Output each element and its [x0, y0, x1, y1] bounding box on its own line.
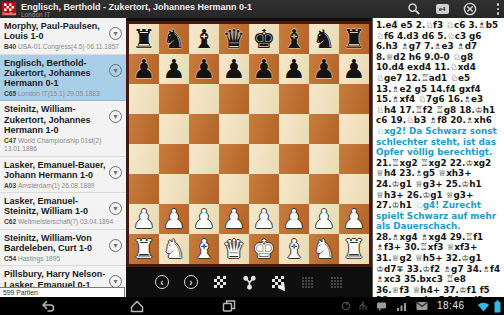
square-b5[interactable] [159, 114, 189, 144]
content-area: Morphy, Paul-Paulsen, Louis 1-0B40 USA-0… [0, 18, 504, 297]
square-a4[interactable] [129, 144, 159, 174]
game-list-item[interactable]: Steinitz, William-Zukertort, Johannes He… [0, 101, 126, 156]
square-e3[interactable] [249, 174, 279, 204]
game-players-result: Steinitz, William-Von Bardeleben, Curt 1… [4, 233, 123, 254]
square-e5[interactable] [249, 114, 279, 144]
white-piece: ♝ [279, 234, 309, 264]
square-d4[interactable] [219, 144, 249, 174]
chevron-right-icon [184, 275, 198, 289]
square-g6[interactable] [309, 84, 339, 114]
black-piece: ♝ [279, 24, 309, 54]
search-icon [407, 2, 421, 16]
black-piece: ♜ [339, 24, 369, 54]
square-c5[interactable] [189, 114, 219, 144]
square-g1[interactable]: ♞ [309, 234, 339, 264]
move-toolbar [126, 267, 372, 297]
dotted-board-icon [330, 276, 342, 288]
square-h2[interactable]: ♟ [339, 204, 369, 234]
square-c6[interactable] [189, 84, 219, 114]
square-f6[interactable] [279, 84, 309, 114]
overflow-menu-button[interactable] [490, 1, 504, 17]
square-a1[interactable]: ♜ [129, 234, 159, 264]
board-column: ♜♞♝♛♚♝♞♜♟♟♟♟♟♟♟♟♟♟♟♟♟♟♟♟♜♞♝♛♚♝♞♜ [126, 18, 372, 297]
home-button[interactable] [129, 298, 145, 314]
white-piece: ♟ [309, 204, 339, 234]
chess-board[interactable]: ♜♞♝♛♚♝♞♜♟♟♟♟♟♟♟♟♟♟♟♟♟♟♟♟♜♞♝♛♚♝♞♜ [129, 24, 369, 264]
game-list-item[interactable]: Lasker, Emanuel-Steinitz, William 1-0C62… [0, 193, 126, 230]
chevron-left-icon [155, 275, 169, 289]
usb-status-icon [358, 301, 368, 311]
square-f2[interactable]: ♟ [279, 204, 309, 234]
square-h6[interactable] [339, 84, 369, 114]
checkerboard-icon [214, 276, 226, 288]
game-info: C54 Hastings 1895 [4, 255, 123, 263]
signal-status-icon [396, 301, 408, 312]
square-d6[interactable] [219, 84, 249, 114]
white-piece: ♟ [339, 204, 369, 234]
expand-game-button[interactable] [109, 64, 122, 77]
black-piece: ♟ [309, 54, 339, 84]
notation-moves[interactable]: 1.e4 e5 2.♘f3 ♘c6 3.♗b5 ♘f6 4.d3 d6 5.♘c… [376, 20, 498, 125]
game-players-result: Steinitz, William-Zukertort, Johannes He… [4, 104, 123, 135]
expand-game-button[interactable] [109, 166, 122, 179]
enter-move-button[interactable] [270, 274, 286, 290]
game-list: Morphy, Paul-Paulsen, Louis 1-0B40 USA-0… [0, 18, 126, 297]
square-b4[interactable] [159, 144, 189, 174]
square-b6[interactable] [159, 84, 189, 114]
back-button[interactable] [40, 298, 56, 314]
expand-game-button[interactable] [109, 239, 122, 252]
show-board-button[interactable]: e4 [434, 1, 450, 17]
wifi-icon [477, 301, 490, 312]
square-h7[interactable]: ♟ [339, 54, 369, 84]
sync-status-icon [341, 301, 351, 311]
black-piece: ♞ [159, 24, 189, 54]
game-list-item[interactable]: Lasker, Emanuel-Bauer, Johann Hermann 1-… [0, 157, 126, 194]
square-d8[interactable]: ♛ [219, 24, 249, 54]
black-piece: ♚ [249, 24, 279, 54]
square-e8[interactable]: ♚ [249, 24, 279, 54]
square-f7[interactable]: ♟ [279, 54, 309, 84]
black-piece: ♟ [249, 54, 279, 84]
board-e4-icon: e4 [436, 4, 449, 14]
square-b1[interactable]: ♞ [159, 234, 189, 264]
square-g2[interactable]: ♟ [309, 204, 339, 234]
black-piece: ♛ [219, 24, 249, 54]
white-piece: ♝ [189, 234, 219, 264]
square-g4[interactable] [309, 144, 339, 174]
square-g7[interactable]: ♟ [309, 54, 339, 84]
battery-icon [494, 300, 501, 313]
game-list-item[interactable]: Morphy, Paul-Paulsen, Louis 1-0B40 USA-0… [0, 18, 126, 55]
square-c3[interactable] [189, 174, 219, 204]
square-c1[interactable]: ♝ [189, 234, 219, 264]
white-piece: ♛ [219, 234, 249, 264]
game-info: C62 Weltmeisterschaft(7) 03.04.1894 [4, 218, 123, 226]
notation-panel[interactable]: 1.e4 e5 2.♘f3 ♘c6 3.♗b5 ♘f6 4.d3 d6 5.♘c… [372, 18, 504, 297]
page-subtitle: London IT [21, 11, 50, 18]
black-piece: ♟ [129, 54, 159, 84]
square-h5[interactable] [339, 114, 369, 144]
black-piece: ♜ [129, 24, 159, 54]
square-a5[interactable] [129, 114, 159, 144]
black-piece: ♟ [189, 54, 219, 84]
square-f5[interactable] [279, 114, 309, 144]
game-count-status: 599 Partien [0, 287, 125, 297]
notation-comment[interactable]: ♘xg2! Da Schwarz sonst schlechter steht,… [376, 126, 497, 157]
game-list-item[interactable]: Englisch, Berthold-Zukertort, Johannes H… [0, 55, 126, 102]
square-c7[interactable]: ♟ [189, 54, 219, 84]
square-d3[interactable] [219, 174, 249, 204]
expand-game-button[interactable] [109, 27, 122, 40]
board-frame: ♜♞♝♛♚♝♞♜♟♟♟♟♟♟♟♟♟♟♟♟♟♟♟♟♜♞♝♛♚♝♞♜ [126, 21, 372, 267]
square-f1[interactable]: ♝ [279, 234, 309, 264]
checkerboard-pointer-icon [272, 276, 284, 288]
game-info: B40 USA-01.Congress(4.5) 06.11.1857 [4, 43, 123, 51]
game-players-result: Englisch, Berthold-Zukertort, Johannes H… [4, 58, 123, 89]
board-options-button-2[interactable] [328, 274, 344, 290]
square-e2[interactable]: ♟ [249, 204, 279, 234]
white-piece: ♞ [159, 234, 189, 264]
square-a3[interactable] [129, 174, 159, 204]
game-list-panel[interactable]: Morphy, Paul-Paulsen, Louis 1-0B40 USA-0… [0, 18, 126, 297]
square-e6[interactable] [249, 84, 279, 114]
game-players-result: Lasker, Emanuel-Steinitz, William 1-0 [4, 196, 123, 217]
svg-text:ChessBase: ChessBase [2, 12, 16, 16]
expand-game-button[interactable] [109, 202, 122, 215]
black-piece: ♞ [309, 24, 339, 54]
system-bar: 18:46 [0, 297, 504, 315]
overflow-menu-icon [497, 3, 499, 14]
next-move-button[interactable] [183, 274, 199, 290]
white-piece: ♟ [249, 204, 279, 234]
game-info: C65 London IT(15.1) 29.05.1883 [4, 90, 123, 98]
square-a2[interactable]: ♟ [129, 204, 159, 234]
game-info: C47 World Championship 01st(2) 13.01.188… [4, 137, 123, 153]
chessbase-logo-icon: ChessBase [2, 2, 16, 16]
variation-tree-icon [242, 275, 257, 290]
square-d1[interactable]: ♛ [219, 234, 249, 264]
square-b3[interactable] [159, 174, 189, 204]
black-piece: ♟ [279, 54, 309, 84]
square-c2[interactable]: ♟ [189, 204, 219, 234]
white-piece: ♟ [189, 204, 219, 234]
square-e1[interactable]: ♚ [249, 234, 279, 264]
previous-move-button[interactable] [154, 274, 170, 290]
black-piece: ♟ [339, 54, 369, 84]
white-piece: ♜ [129, 234, 159, 264]
square-b2[interactable]: ♟ [159, 204, 189, 234]
square-a7[interactable]: ♟ [129, 54, 159, 84]
white-piece: ♟ [129, 204, 159, 234]
square-b8[interactable]: ♞ [159, 24, 189, 54]
page-title: Englisch, Berthold - Zukertort, Johannes… [21, 2, 252, 12]
black-piece: ♟ [159, 54, 189, 84]
clock: 18:46 [437, 300, 465, 312]
square-h3[interactable] [339, 174, 369, 204]
square-f4[interactable] [279, 144, 309, 174]
square-c8[interactable]: ♝ [189, 24, 219, 54]
square-g5[interactable] [309, 114, 339, 144]
square-h1[interactable]: ♜ [339, 234, 369, 264]
app-screen: ChessBase Englisch, Berthold - Zukertort… [0, 0, 504, 315]
square-d2[interactable]: ♟ [219, 204, 249, 234]
square-d5[interactable] [219, 114, 249, 144]
board-options-button[interactable] [299, 274, 315, 290]
square-a6[interactable] [129, 84, 159, 114]
square-d7[interactable]: ♟ [219, 54, 249, 84]
square-g8[interactable]: ♞ [309, 24, 339, 54]
notification-bubble-icon [376, 301, 387, 312]
top-bar: ChessBase Englisch, Berthold - Zukertort… [0, 0, 504, 18]
close-button[interactable] [462, 1, 478, 17]
game-list-item[interactable]: Steinitz, William-Von Bardeleben, Curt 1… [0, 230, 126, 267]
variation-tree-button[interactable] [241, 274, 257, 290]
notation-moves[interactable]: 28.♗xg4 ♗xg4 29.♖f1 ♗f3+ 30.♖xf3 ♕xf3+ 3… [376, 232, 500, 297]
square-c4[interactable] [189, 144, 219, 174]
white-piece: ♟ [159, 204, 189, 234]
square-f3[interactable] [279, 174, 309, 204]
game-players-result: Morphy, Paul-Paulsen, Louis 1-0 [4, 21, 123, 42]
square-b7[interactable]: ♟ [159, 54, 189, 84]
square-e7[interactable]: ♟ [249, 54, 279, 84]
square-h4[interactable] [339, 144, 369, 174]
game-info: A03 Amsterdam(1) 26.08.1889 [4, 182, 123, 190]
square-g3[interactable] [309, 174, 339, 204]
square-f8[interactable]: ♝ [279, 24, 309, 54]
recents-button[interactable] [221, 298, 237, 314]
square-e4[interactable] [249, 144, 279, 174]
search-button[interactable] [406, 1, 422, 17]
black-piece: ♝ [189, 24, 219, 54]
black-piece: ♟ [219, 54, 249, 84]
white-piece: ♟ [219, 204, 249, 234]
square-a8[interactable]: ♜ [129, 24, 159, 54]
white-piece: ♟ [279, 204, 309, 234]
circle-x-icon [463, 2, 477, 16]
mail-icon [416, 301, 428, 311]
game-players-result: Lasker, Emanuel-Bauer, Johann Hermann 1-… [4, 160, 123, 181]
white-piece: ♞ [309, 234, 339, 264]
small-board-button[interactable] [212, 274, 228, 290]
square-h8[interactable]: ♜ [339, 24, 369, 54]
white-piece: ♜ [339, 234, 369, 264]
dotted-board-icon [301, 276, 313, 288]
white-piece: ♚ [249, 234, 279, 264]
